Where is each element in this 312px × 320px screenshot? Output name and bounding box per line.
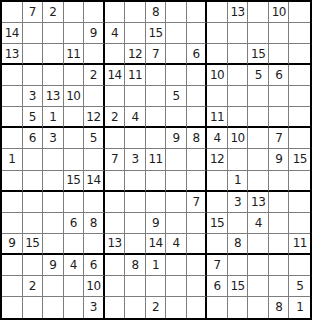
cell-r13c7[interactable] bbox=[146, 276, 167, 297]
cell-r0c12[interactable] bbox=[248, 2, 269, 23]
cell-r11c10[interactable] bbox=[207, 234, 228, 255]
cell-r7c4[interactable] bbox=[84, 149, 105, 170]
cell-r1c12[interactable] bbox=[248, 23, 269, 44]
cell-r3c3[interactable] bbox=[64, 65, 85, 86]
cell-r9c4[interactable] bbox=[84, 192, 105, 213]
cell-r14c0[interactable] bbox=[2, 297, 23, 318]
cell-r6c4[interactable]: 5 bbox=[84, 128, 105, 149]
cell-r1c14[interactable] bbox=[289, 23, 310, 44]
cell-r13c4[interactable]: 10 bbox=[84, 276, 105, 297]
cell-r9c7[interactable] bbox=[146, 192, 167, 213]
cell-r11c8[interactable]: 4 bbox=[166, 234, 187, 255]
cell-r3c9[interactable] bbox=[187, 65, 208, 86]
cell-r4c11[interactable] bbox=[228, 86, 249, 107]
cell-r3c4[interactable]: 2 bbox=[84, 65, 105, 86]
cell-r0c8[interactable] bbox=[166, 2, 187, 23]
cell-r11c1[interactable]: 15 bbox=[23, 234, 44, 255]
cell-r1c10[interactable] bbox=[207, 23, 228, 44]
cell-r13c14[interactable]: 5 bbox=[289, 276, 310, 297]
cell-r10c12[interactable]: 4 bbox=[248, 213, 269, 234]
cell-r7c13[interactable]: 9 bbox=[269, 149, 290, 170]
cell-r6c9[interactable]: 8 bbox=[187, 128, 208, 149]
cell-r9c11[interactable]: 3 bbox=[228, 192, 249, 213]
cell-r12c7[interactable]: 1 bbox=[146, 255, 167, 276]
cell-r11c14[interactable]: 11 bbox=[289, 234, 310, 255]
cell-r3c1[interactable] bbox=[23, 65, 44, 86]
cell-r10c11[interactable] bbox=[228, 213, 249, 234]
cell-r5c2[interactable]: 1 bbox=[43, 107, 64, 128]
cell-r2c10[interactable] bbox=[207, 44, 228, 65]
cell-r7c1[interactable] bbox=[23, 149, 44, 170]
cell-r8c1[interactable] bbox=[23, 171, 44, 192]
cell-r6c2[interactable]: 3 bbox=[43, 128, 64, 149]
cell-r2c12[interactable]: 15 bbox=[248, 44, 269, 65]
cell-r13c5[interactable] bbox=[105, 276, 126, 297]
cell-r12c8[interactable] bbox=[166, 255, 187, 276]
cell-r14c6[interactable] bbox=[125, 297, 146, 318]
cell-r0c6[interactable] bbox=[125, 2, 146, 23]
cell-r7c11[interactable] bbox=[228, 149, 249, 170]
cell-r6c8[interactable]: 9 bbox=[166, 128, 187, 149]
cell-r10c4[interactable]: 8 bbox=[84, 213, 105, 234]
cell-r12c0[interactable] bbox=[2, 255, 23, 276]
cell-r7c14[interactable]: 15 bbox=[289, 149, 310, 170]
cell-r8c6[interactable] bbox=[125, 171, 146, 192]
cell-r10c7[interactable]: 9 bbox=[146, 213, 167, 234]
cell-r1c1[interactable] bbox=[23, 23, 44, 44]
sudoku-board: 7281310149415131112761521411105631310551… bbox=[0, 0, 312, 320]
cell-r3c14[interactable] bbox=[289, 65, 310, 86]
cell-r3c7[interactable] bbox=[146, 65, 167, 86]
cell-r11c11[interactable]: 8 bbox=[228, 234, 249, 255]
cell-r6c3[interactable] bbox=[64, 128, 85, 149]
cell-r7c12[interactable] bbox=[248, 149, 269, 170]
cell-r9c3[interactable] bbox=[64, 192, 85, 213]
cell-r6c7[interactable] bbox=[146, 128, 167, 149]
cell-r9c10[interactable] bbox=[207, 192, 228, 213]
cell-r0c10[interactable] bbox=[207, 2, 228, 23]
cell-r12c10[interactable]: 7 bbox=[207, 255, 228, 276]
cell-r8c9[interactable] bbox=[187, 171, 208, 192]
cell-r8c11[interactable]: 1 bbox=[228, 171, 249, 192]
cell-r11c13[interactable] bbox=[269, 234, 290, 255]
cell-r2c9[interactable]: 6 bbox=[187, 44, 208, 65]
cell-r1c5[interactable]: 4 bbox=[105, 23, 126, 44]
cell-r0c3[interactable] bbox=[64, 2, 85, 23]
cell-r2c13[interactable] bbox=[269, 44, 290, 65]
cell-r9c1[interactable] bbox=[23, 192, 44, 213]
cell-r11c0[interactable]: 9 bbox=[2, 234, 23, 255]
cell-r11c6[interactable] bbox=[125, 234, 146, 255]
cell-r11c5[interactable]: 13 bbox=[105, 234, 126, 255]
cell-r0c0[interactable] bbox=[2, 2, 23, 23]
cell-r5c13[interactable] bbox=[269, 107, 290, 128]
cell-r8c4[interactable]: 14 bbox=[84, 171, 105, 192]
cell-r10c8[interactable] bbox=[166, 213, 187, 234]
cell-r10c5[interactable] bbox=[105, 213, 126, 234]
cell-r9c14[interactable] bbox=[289, 192, 310, 213]
cell-r8c8[interactable] bbox=[166, 171, 187, 192]
cell-r2c8[interactable] bbox=[166, 44, 187, 65]
cell-r10c10[interactable]: 15 bbox=[207, 213, 228, 234]
cell-r6c14[interactable] bbox=[289, 128, 310, 149]
cell-r3c11[interactable] bbox=[228, 65, 249, 86]
cell-r14c3[interactable] bbox=[64, 297, 85, 318]
cell-r10c13[interactable] bbox=[269, 213, 290, 234]
cell-r10c2[interactable] bbox=[43, 213, 64, 234]
cell-r12c4[interactable]: 6 bbox=[84, 255, 105, 276]
cell-r5c14[interactable] bbox=[289, 107, 310, 128]
cell-r14c7[interactable]: 2 bbox=[146, 297, 167, 318]
cell-r7c3[interactable] bbox=[64, 149, 85, 170]
cell-r0c5[interactable] bbox=[105, 2, 126, 23]
cell-r13c1[interactable]: 2 bbox=[23, 276, 44, 297]
cell-r3c12[interactable]: 5 bbox=[248, 65, 269, 86]
cell-r8c10[interactable] bbox=[207, 171, 228, 192]
cell-r4c2[interactable]: 13 bbox=[43, 86, 64, 107]
cell-r4c1[interactable]: 3 bbox=[23, 86, 44, 107]
cell-r5c7[interactable] bbox=[146, 107, 167, 128]
cell-r0c13[interactable]: 10 bbox=[269, 2, 290, 23]
cell-r0c7[interactable]: 8 bbox=[146, 2, 167, 23]
cell-r13c8[interactable] bbox=[166, 276, 187, 297]
cell-r9c0[interactable] bbox=[2, 192, 23, 213]
cell-r11c3[interactable] bbox=[64, 234, 85, 255]
cell-r4c12[interactable] bbox=[248, 86, 269, 107]
cell-r2c3[interactable]: 11 bbox=[64, 44, 85, 65]
cell-r5c4[interactable]: 12 bbox=[84, 107, 105, 128]
cell-r2c2[interactable] bbox=[43, 44, 64, 65]
cell-r10c14[interactable] bbox=[289, 213, 310, 234]
cell-r14c9[interactable] bbox=[187, 297, 208, 318]
cell-r3c10[interactable]: 10 bbox=[207, 65, 228, 86]
cell-r12c9[interactable] bbox=[187, 255, 208, 276]
cell-r7c8[interactable] bbox=[166, 149, 187, 170]
cell-r0c4[interactable] bbox=[84, 2, 105, 23]
cell-r13c10[interactable]: 6 bbox=[207, 276, 228, 297]
cell-r12c12[interactable] bbox=[248, 255, 269, 276]
cell-r5c12[interactable] bbox=[248, 107, 269, 128]
cell-r14c11[interactable] bbox=[228, 297, 249, 318]
cell-r11c9[interactable] bbox=[187, 234, 208, 255]
cell-r13c11[interactable]: 15 bbox=[228, 276, 249, 297]
cell-r14c10[interactable] bbox=[207, 297, 228, 318]
cell-r0c1[interactable]: 7 bbox=[23, 2, 44, 23]
cell-r8c13[interactable] bbox=[269, 171, 290, 192]
cell-r14c5[interactable] bbox=[105, 297, 126, 318]
cell-r10c0[interactable] bbox=[2, 213, 23, 234]
cell-r9c5[interactable] bbox=[105, 192, 126, 213]
cell-r10c9[interactable] bbox=[187, 213, 208, 234]
cell-r4c13[interactable] bbox=[269, 86, 290, 107]
cell-r12c13[interactable] bbox=[269, 255, 290, 276]
cell-r9c8[interactable] bbox=[166, 192, 187, 213]
cell-r2c0[interactable]: 13 bbox=[2, 44, 23, 65]
cell-r4c14[interactable] bbox=[289, 86, 310, 107]
cell-r1c13[interactable] bbox=[269, 23, 290, 44]
cell-r13c12[interactable] bbox=[248, 276, 269, 297]
cell-r3c5[interactable]: 14 bbox=[105, 65, 126, 86]
cell-r5c11[interactable] bbox=[228, 107, 249, 128]
cell-r12c11[interactable] bbox=[228, 255, 249, 276]
cell-r3c2[interactable] bbox=[43, 65, 64, 86]
cell-r7c0[interactable]: 1 bbox=[2, 149, 23, 170]
cell-r3c8[interactable] bbox=[166, 65, 187, 86]
cell-r1c8[interactable] bbox=[166, 23, 187, 44]
cell-r9c12[interactable]: 13 bbox=[248, 192, 269, 213]
cell-r2c1[interactable] bbox=[23, 44, 44, 65]
cell-r0c2[interactable]: 2 bbox=[43, 2, 64, 23]
cell-r1c11[interactable] bbox=[228, 23, 249, 44]
cell-r2c5[interactable] bbox=[105, 44, 126, 65]
cell-r6c10[interactable]: 4 bbox=[207, 128, 228, 149]
cell-r5c1[interactable]: 5 bbox=[23, 107, 44, 128]
cell-r7c10[interactable]: 12 bbox=[207, 149, 228, 170]
cell-r1c9[interactable] bbox=[187, 23, 208, 44]
cell-r13c3[interactable] bbox=[64, 276, 85, 297]
cell-r8c7[interactable] bbox=[146, 171, 167, 192]
cell-r6c13[interactable]: 7 bbox=[269, 128, 290, 149]
cell-r11c12[interactable] bbox=[248, 234, 269, 255]
cell-r1c0[interactable]: 14 bbox=[2, 23, 23, 44]
cell-r7c2[interactable] bbox=[43, 149, 64, 170]
cell-r6c6[interactable] bbox=[125, 128, 146, 149]
cell-r4c7[interactable] bbox=[146, 86, 167, 107]
cell-r14c12[interactable] bbox=[248, 297, 269, 318]
cell-r13c13[interactable] bbox=[269, 276, 290, 297]
cell-r5c0[interactable] bbox=[2, 107, 23, 128]
cell-r1c6[interactable] bbox=[125, 23, 146, 44]
cell-r7c7[interactable]: 11 bbox=[146, 149, 167, 170]
cell-r6c12[interactable] bbox=[248, 128, 269, 149]
cell-r11c4[interactable] bbox=[84, 234, 105, 255]
cell-r10c1[interactable] bbox=[23, 213, 44, 234]
cell-r8c2[interactable] bbox=[43, 171, 64, 192]
puzzle-page: 7281310149415131112761521411105631310551… bbox=[0, 0, 312, 320]
cell-r1c2[interactable] bbox=[43, 23, 64, 44]
cell-r4c0[interactable] bbox=[2, 86, 23, 107]
cell-r4c9[interactable] bbox=[187, 86, 208, 107]
cell-r1c7[interactable]: 15 bbox=[146, 23, 167, 44]
cell-r8c12[interactable] bbox=[248, 171, 269, 192]
cell-r14c1[interactable] bbox=[23, 297, 44, 318]
cell-r5c10[interactable]: 11 bbox=[207, 107, 228, 128]
cell-r2c4[interactable] bbox=[84, 44, 105, 65]
cell-r0c9[interactable] bbox=[187, 2, 208, 23]
cell-r5c6[interactable]: 4 bbox=[125, 107, 146, 128]
cell-r8c0[interactable] bbox=[2, 171, 23, 192]
cell-r12c14[interactable] bbox=[289, 255, 310, 276]
cell-r2c7[interactable]: 7 bbox=[146, 44, 167, 65]
cell-r0c14[interactable] bbox=[289, 2, 310, 23]
cell-r14c4[interactable]: 3 bbox=[84, 297, 105, 318]
cell-r11c7[interactable]: 14 bbox=[146, 234, 167, 255]
cell-r13c9[interactable] bbox=[187, 276, 208, 297]
cell-r4c5[interactable] bbox=[105, 86, 126, 107]
cell-r12c5[interactable] bbox=[105, 255, 126, 276]
cell-r9c13[interactable] bbox=[269, 192, 290, 213]
cell-r13c6[interactable] bbox=[125, 276, 146, 297]
cell-r5c9[interactable] bbox=[187, 107, 208, 128]
cell-r5c5[interactable]: 2 bbox=[105, 107, 126, 128]
cell-r9c6[interactable] bbox=[125, 192, 146, 213]
cell-r9c9[interactable]: 7 bbox=[187, 192, 208, 213]
cell-r8c3[interactable]: 15 bbox=[64, 171, 85, 192]
cell-r7c6[interactable]: 3 bbox=[125, 149, 146, 170]
cell-r6c0[interactable] bbox=[2, 128, 23, 149]
cell-r14c2[interactable] bbox=[43, 297, 64, 318]
cell-r3c13[interactable]: 6 bbox=[269, 65, 290, 86]
cell-r8c14[interactable] bbox=[289, 171, 310, 192]
cell-r6c5[interactable] bbox=[105, 128, 126, 149]
cell-r3c0[interactable] bbox=[2, 65, 23, 86]
cell-r4c4[interactable] bbox=[84, 86, 105, 107]
cell-r7c5[interactable]: 7 bbox=[105, 149, 126, 170]
cell-r12c1[interactable] bbox=[23, 255, 44, 276]
cell-r6c11[interactable]: 10 bbox=[228, 128, 249, 149]
cell-r14c8[interactable] bbox=[166, 297, 187, 318]
cell-r1c3[interactable] bbox=[64, 23, 85, 44]
cell-r1c4[interactable]: 9 bbox=[84, 23, 105, 44]
cell-r4c6[interactable] bbox=[125, 86, 146, 107]
cell-r6c1[interactable]: 6 bbox=[23, 128, 44, 149]
cell-r5c3[interactable] bbox=[64, 107, 85, 128]
cell-r4c8[interactable]: 5 bbox=[166, 86, 187, 107]
cell-r2c6[interactable]: 12 bbox=[125, 44, 146, 65]
cell-r12c6[interactable]: 8 bbox=[125, 255, 146, 276]
cell-r0c11[interactable]: 13 bbox=[228, 2, 249, 23]
cell-r13c0[interactable] bbox=[2, 276, 23, 297]
cell-r12c2[interactable]: 9 bbox=[43, 255, 64, 276]
cell-r2c11[interactable] bbox=[228, 44, 249, 65]
cell-r14c13[interactable]: 8 bbox=[269, 297, 290, 318]
cell-r4c10[interactable] bbox=[207, 86, 228, 107]
cell-r11c2[interactable] bbox=[43, 234, 64, 255]
cell-r2c14[interactable] bbox=[289, 44, 310, 65]
cell-r14c14[interactable]: 1 bbox=[289, 297, 310, 318]
cell-r7c9[interactable] bbox=[187, 149, 208, 170]
cell-r12c3[interactable]: 4 bbox=[64, 255, 85, 276]
cell-r8c5[interactable] bbox=[105, 171, 126, 192]
cell-r3c6[interactable]: 11 bbox=[125, 65, 146, 86]
cell-r13c2[interactable] bbox=[43, 276, 64, 297]
cell-r10c3[interactable]: 6 bbox=[64, 213, 85, 234]
cell-r5c8[interactable] bbox=[166, 107, 187, 128]
cell-r10c6[interactable] bbox=[125, 213, 146, 234]
cell-r4c3[interactable]: 10 bbox=[64, 86, 85, 107]
cell-r9c2[interactable] bbox=[43, 192, 64, 213]
